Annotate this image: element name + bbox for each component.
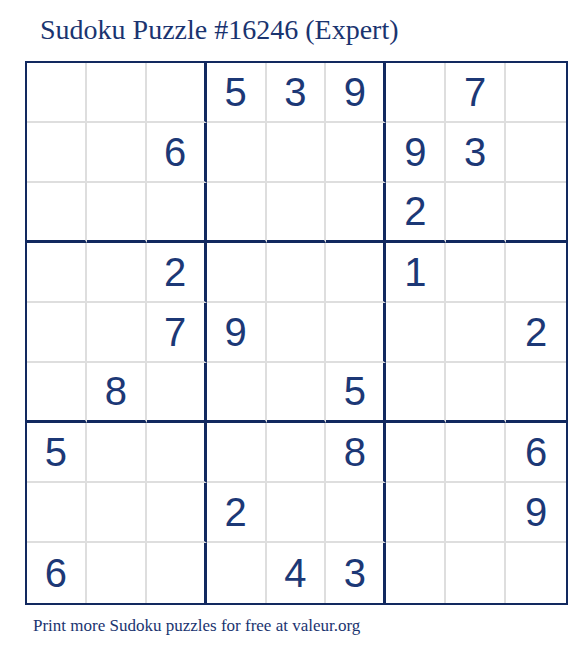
sudoku-cell-r1c4: 5 (207, 63, 267, 123)
sudoku-cell-r4c4 (207, 243, 267, 303)
sudoku-cell-r8c7 (386, 483, 446, 543)
sudoku-cell-r3c8 (446, 183, 506, 243)
sudoku-cell-r6c3 (147, 363, 207, 423)
sudoku-cell-r1c9 (506, 63, 566, 123)
sudoku-cell-r9c5: 4 (267, 543, 327, 603)
sudoku-cell-r6c4 (207, 363, 267, 423)
sudoku-cell-r3c4 (207, 183, 267, 243)
sudoku-cell-r4c8 (446, 243, 506, 303)
sudoku-cell-r7c9: 6 (506, 423, 566, 483)
sudoku-cell-r3c1 (27, 183, 87, 243)
sudoku-cell-r5c4: 9 (207, 303, 267, 363)
sudoku-cell-r5c6 (326, 303, 386, 363)
sudoku-cell-r4c5 (267, 243, 327, 303)
sudoku-cell-r9c2 (87, 543, 147, 603)
sudoku-cell-r7c7 (386, 423, 446, 483)
sudoku-cell-r9c6: 3 (326, 543, 386, 603)
sudoku-cell-r4c3: 2 (147, 243, 207, 303)
sudoku-cell-r3c5 (267, 183, 327, 243)
sudoku-cell-r4c9 (506, 243, 566, 303)
sudoku-cell-r2c1 (27, 123, 87, 183)
sudoku-cell-r3c2 (87, 183, 147, 243)
sudoku-board: 53976932217928558629643 (25, 61, 568, 605)
sudoku-cell-r1c5: 3 (267, 63, 327, 123)
sudoku-cell-r7c8 (446, 423, 506, 483)
sudoku-cell-r8c4: 2 (207, 483, 267, 543)
sudoku-cell-r5c3: 7 (147, 303, 207, 363)
sudoku-cell-r8c5 (267, 483, 327, 543)
sudoku-cell-r2c8: 3 (446, 123, 506, 183)
sudoku-cell-r5c9: 2 (506, 303, 566, 363)
sudoku-cell-r3c7: 2 (386, 183, 446, 243)
sudoku-cell-r1c6: 9 (326, 63, 386, 123)
sudoku-cell-r6c6: 5 (326, 363, 386, 423)
sudoku-cell-r2c6 (326, 123, 386, 183)
sudoku-cell-r8c9: 9 (506, 483, 566, 543)
sudoku-cell-r8c6 (326, 483, 386, 543)
sudoku-cell-r6c9 (506, 363, 566, 423)
sudoku-cell-r1c3 (147, 63, 207, 123)
sudoku-cell-r7c2 (87, 423, 147, 483)
sudoku-cell-r6c5 (267, 363, 327, 423)
sudoku-cell-r6c1 (27, 363, 87, 423)
sudoku-cell-r5c1 (27, 303, 87, 363)
footer-credit: Print more Sudoku puzzles for free at va… (33, 615, 360, 637)
sudoku-cell-r9c9 (506, 543, 566, 603)
sudoku-cell-r4c6 (326, 243, 386, 303)
sudoku-cell-r2c5 (267, 123, 327, 183)
sudoku-cell-r2c2 (87, 123, 147, 183)
sudoku-cell-r4c2 (87, 243, 147, 303)
sudoku-cell-r5c7 (386, 303, 446, 363)
sudoku-cell-r9c3 (147, 543, 207, 603)
sudoku-cell-r4c1 (27, 243, 87, 303)
sudoku-cell-r3c3 (147, 183, 207, 243)
sudoku-cell-r2c9 (506, 123, 566, 183)
sudoku-cell-r8c3 (147, 483, 207, 543)
sudoku-cell-r1c1 (27, 63, 87, 123)
sudoku-cell-r2c4 (207, 123, 267, 183)
sudoku-cell-r6c7 (386, 363, 446, 423)
sudoku-cell-r9c4 (207, 543, 267, 603)
sudoku-cell-r7c5 (267, 423, 327, 483)
sudoku-cell-r9c8 (446, 543, 506, 603)
puzzle-title: Sudoku Puzzle #16246 (Expert) (40, 13, 399, 47)
sudoku-cell-r3c9 (506, 183, 566, 243)
sudoku-cell-r9c1: 6 (27, 543, 87, 603)
sudoku-cell-r7c6: 8 (326, 423, 386, 483)
sudoku-cell-r5c5 (267, 303, 327, 363)
sudoku-cell-r8c2 (87, 483, 147, 543)
sudoku-cell-r7c1: 5 (27, 423, 87, 483)
sudoku-cell-r5c2 (87, 303, 147, 363)
sudoku-page: Sudoku Puzzle #16246 (Expert) 5397693221… (0, 0, 580, 651)
sudoku-cell-r3c6 (326, 183, 386, 243)
sudoku-cell-r7c4 (207, 423, 267, 483)
sudoku-cell-r6c8 (446, 363, 506, 423)
sudoku-cell-r1c7 (386, 63, 446, 123)
sudoku-cell-r2c3: 6 (147, 123, 207, 183)
sudoku-cell-r8c1 (27, 483, 87, 543)
sudoku-cell-r5c8 (446, 303, 506, 363)
sudoku-cell-r2c7: 9 (386, 123, 446, 183)
sudoku-cell-r1c2 (87, 63, 147, 123)
sudoku-cell-r4c7: 1 (386, 243, 446, 303)
sudoku-cell-r1c8: 7 (446, 63, 506, 123)
sudoku-cell-r9c7 (386, 543, 446, 603)
sudoku-cell-r6c2: 8 (87, 363, 147, 423)
sudoku-cell-r7c3 (147, 423, 207, 483)
sudoku-cell-r8c8 (446, 483, 506, 543)
